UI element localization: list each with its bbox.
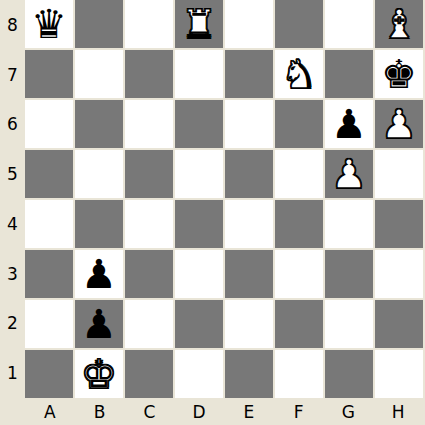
rank-label-8: 8 [0, 0, 25, 50]
square-c4[interactable] [125, 200, 173, 248]
square-b2[interactable]: ♟ [75, 300, 123, 348]
square-b7[interactable] [75, 50, 123, 98]
rank-labels: 87654321 [0, 0, 25, 398]
square-c3[interactable] [125, 250, 173, 298]
square-e8[interactable] [225, 0, 273, 48]
square-f2[interactable] [275, 300, 323, 348]
rank-label-3: 3 [0, 249, 25, 299]
square-h2[interactable] [375, 300, 423, 348]
chess-board: ♛♜♝♞♚♟♟♟♟♟♚ [25, 0, 423, 398]
square-g8[interactable] [325, 0, 373, 48]
square-g4[interactable] [325, 200, 373, 248]
square-h5[interactable] [375, 150, 423, 198]
file-labels: ABCDEFGH [25, 398, 423, 425]
square-b5[interactable] [75, 150, 123, 198]
square-b1[interactable]: ♚ [75, 350, 123, 398]
square-d3[interactable] [175, 250, 223, 298]
square-g5[interactable]: ♟ [325, 150, 373, 198]
file-label-g: G [324, 398, 374, 425]
file-label-h: H [373, 398, 423, 425]
square-d7[interactable] [175, 50, 223, 98]
square-e7[interactable] [225, 50, 273, 98]
rank-label-7: 7 [0, 50, 25, 100]
square-d2[interactable] [175, 300, 223, 348]
square-c2[interactable] [125, 300, 173, 348]
square-e3[interactable] [225, 250, 273, 298]
square-g2[interactable] [325, 300, 373, 348]
square-c7[interactable] [125, 50, 173, 98]
square-a1[interactable] [25, 350, 73, 398]
piece-white-rook[interactable]: ♜ [181, 4, 217, 44]
square-e4[interactable] [225, 200, 273, 248]
piece-black-queen[interactable]: ♛ [31, 4, 67, 44]
square-c5[interactable] [125, 150, 173, 198]
square-b4[interactable] [75, 200, 123, 248]
square-c6[interactable] [125, 100, 173, 148]
square-f6[interactable] [275, 100, 323, 148]
file-label-c: C [125, 398, 175, 425]
square-d4[interactable] [175, 200, 223, 248]
piece-white-bishop[interactable]: ♝ [381, 4, 417, 44]
square-a5[interactable] [25, 150, 73, 198]
square-e6[interactable] [225, 100, 273, 148]
piece-white-pawn[interactable]: ♟ [381, 104, 417, 144]
square-b6[interactable] [75, 100, 123, 148]
square-a7[interactable] [25, 50, 73, 98]
square-a4[interactable] [25, 200, 73, 248]
piece-white-king[interactable]: ♚ [81, 354, 117, 394]
square-d1[interactable] [175, 350, 223, 398]
square-d8[interactable]: ♜ [175, 0, 223, 48]
square-h6[interactable]: ♟ [375, 100, 423, 148]
square-a3[interactable] [25, 250, 73, 298]
square-a2[interactable] [25, 300, 73, 348]
piece-black-pawn[interactable]: ♟ [81, 304, 117, 344]
file-label-b: B [75, 398, 125, 425]
square-b8[interactable] [75, 0, 123, 48]
square-h8[interactable]: ♝ [375, 0, 423, 48]
piece-black-king[interactable]: ♚ [381, 54, 417, 94]
square-e5[interactable] [225, 150, 273, 198]
rank-label-5: 5 [0, 149, 25, 199]
square-h1[interactable] [375, 350, 423, 398]
square-b3[interactable]: ♟ [75, 250, 123, 298]
square-f7[interactable]: ♞ [275, 50, 323, 98]
square-c8[interactable] [125, 0, 173, 48]
square-f5[interactable] [275, 150, 323, 198]
square-a6[interactable] [25, 100, 73, 148]
square-f3[interactable] [275, 250, 323, 298]
rank-label-2: 2 [0, 299, 25, 349]
square-f1[interactable] [275, 350, 323, 398]
square-h3[interactable] [375, 250, 423, 298]
square-h7[interactable]: ♚ [375, 50, 423, 98]
file-label-e: E [224, 398, 274, 425]
rank-label-6: 6 [0, 100, 25, 150]
file-label-a: A [25, 398, 75, 425]
square-g3[interactable] [325, 250, 373, 298]
file-label-d: D [174, 398, 224, 425]
piece-white-knight[interactable]: ♞ [281, 54, 317, 94]
square-f8[interactable] [275, 0, 323, 48]
piece-black-pawn[interactable]: ♟ [331, 104, 367, 144]
square-g6[interactable]: ♟ [325, 100, 373, 148]
rank-label-1: 1 [0, 348, 25, 398]
square-e2[interactable] [225, 300, 273, 348]
square-d6[interactable] [175, 100, 223, 148]
piece-white-pawn[interactable]: ♟ [331, 154, 367, 194]
square-g7[interactable] [325, 50, 373, 98]
square-f4[interactable] [275, 200, 323, 248]
square-h4[interactable] [375, 200, 423, 248]
chess-diagram: 87654321 ♛♜♝♞♚♟♟♟♟♟♚ ABCDEFGH [0, 0, 425, 425]
square-c1[interactable] [125, 350, 173, 398]
square-a8[interactable]: ♛ [25, 0, 73, 48]
square-d5[interactable] [175, 150, 223, 198]
file-label-f: F [274, 398, 324, 425]
square-e1[interactable] [225, 350, 273, 398]
piece-black-pawn[interactable]: ♟ [81, 254, 117, 294]
square-g1[interactable] [325, 350, 373, 398]
rank-label-4: 4 [0, 199, 25, 249]
